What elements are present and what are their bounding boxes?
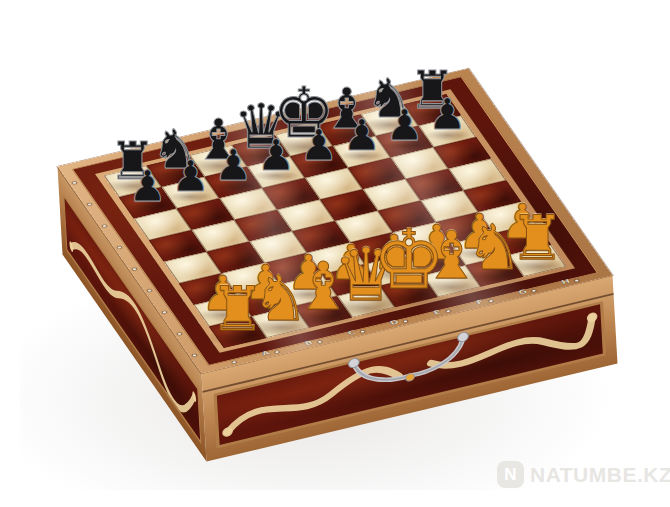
rivet [162,311,166,313]
watermark: N NATUMBE.KZ [497,461,670,488]
file-label-e: E [429,308,446,316]
file-label-h: H [557,277,574,285]
rivet [177,333,181,335]
rivet [87,203,91,205]
rivet [403,320,407,322]
rivet [102,225,106,227]
file-label-g: G [515,288,532,296]
black-pawn[interactable]: ♟ [128,165,167,208]
black-pawn[interactable]: ♟ [300,124,339,167]
file-label-a: A [258,349,275,357]
natumbe-logo-icon: N [497,461,524,488]
file-label-f: F [472,298,489,306]
rivet [192,354,196,356]
amber-rook[interactable]: ♜ [510,207,565,268]
rivet [132,268,136,270]
logo-letter: N [504,465,516,485]
black-pawn[interactable]: ♟ [342,114,381,157]
black-pawn[interactable]: ♟ [257,134,296,177]
black-pawn[interactable]: ♟ [214,145,253,188]
rivet [446,310,450,312]
rivet [318,341,322,343]
black-pawn[interactable]: ♟ [171,155,210,198]
rivet [232,361,236,363]
rivet [360,330,364,332]
chess-set-photo: ABCDEFGH 12345678 ♜♞♝♛♚♝♞♜♟♟♟♟♟♟♟♟♟♟♟♟♟♟… [0,0,670,507]
rivet [72,182,76,184]
rivet [147,290,151,292]
file-label-c: C [343,328,360,336]
black-pawn[interactable]: ♟ [428,94,467,137]
rivet [575,279,579,281]
file-label-d: D [386,318,403,326]
rivet [117,246,121,248]
black-pawn[interactable]: ♟ [385,104,424,147]
file-label-b: B [300,339,317,347]
rivet [532,290,536,292]
watermark-text: NATUMBE.KZ [530,463,670,487]
rivet [489,300,493,302]
rivet [275,351,279,353]
